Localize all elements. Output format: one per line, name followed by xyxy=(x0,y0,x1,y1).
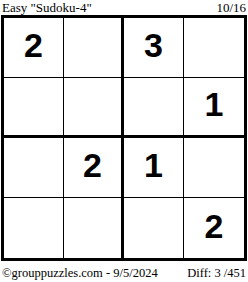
grid-cell-given: 1 xyxy=(184,78,244,138)
grid-cell-empty[interactable] xyxy=(4,198,64,258)
difficulty-text: Diff: 3 /451 xyxy=(187,266,246,280)
grid-cell-empty[interactable] xyxy=(64,78,124,138)
grid-cell-empty[interactable] xyxy=(64,18,124,78)
grid-cell-given: 1 xyxy=(124,138,184,198)
grid-cell-given: 2 xyxy=(4,18,64,78)
grid-cell-empty[interactable] xyxy=(4,78,64,138)
grid-cell-empty[interactable] xyxy=(64,198,124,258)
puzzle-footer: ©grouppuzzles.com - 9/5/2024 Diff: 3 /45… xyxy=(2,266,246,280)
grid-cell-given: 2 xyxy=(184,198,244,258)
grid-cell-empty[interactable] xyxy=(184,138,244,198)
grid-cell-empty[interactable] xyxy=(124,78,184,138)
grid-cell-given: 3 xyxy=(124,18,184,78)
puzzle-header: Easy "Sudoku-4" 10/16 xyxy=(2,1,246,15)
grid-cell-given: 2 xyxy=(64,138,124,198)
copyright-text: ©grouppuzzles.com - 9/5/2024 xyxy=(2,266,158,280)
puzzle-title: Easy "Sudoku-4" xyxy=(2,1,92,15)
puzzle-page: Easy "Sudoku-4" 10/16 231212 ©grouppuzzl… xyxy=(0,0,248,282)
sudoku-board: 231212 xyxy=(1,15,247,261)
grid-cell-empty[interactable] xyxy=(184,18,244,78)
grid-cell-empty[interactable] xyxy=(4,138,64,198)
givens-counter: 10/16 xyxy=(216,1,246,15)
grid-cell-empty[interactable] xyxy=(124,198,184,258)
